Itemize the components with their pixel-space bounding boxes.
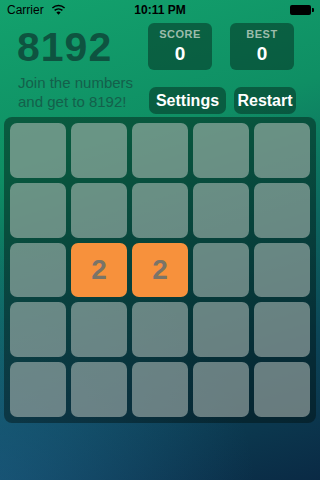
cell-r3-c2 — [132, 302, 188, 357]
cell-r1-c0 — [10, 183, 66, 238]
cell-r0-c4 — [254, 123, 310, 178]
cell-r3-c3 — [193, 302, 249, 357]
page-title: 8192 — [17, 24, 112, 71]
best-box: BEST 0 — [230, 23, 294, 70]
cell-r1-c4 — [254, 183, 310, 238]
status-bar: Carrier 10:11 PM — [0, 0, 320, 20]
subtitle-line-1: Join the numbers — [18, 73, 133, 92]
tile-2-r2-c2: 2 — [132, 243, 188, 298]
game-subtitle: Join the numbers and get to 8192! — [18, 73, 133, 111]
cell-r0-c3 — [193, 123, 249, 178]
cell-r4-c0 — [10, 362, 66, 417]
battery-full-icon — [290, 5, 311, 15]
status-time: 10:11 PM — [0, 3, 320, 17]
score-value: 0 — [175, 43, 186, 65]
settings-button[interactable]: Settings — [149, 87, 226, 114]
cell-r0-c1 — [71, 123, 127, 178]
cell-r4-c4 — [254, 362, 310, 417]
score-label: SCORE — [159, 28, 201, 40]
cell-r1-c3 — [193, 183, 249, 238]
cell-r3-c4 — [254, 302, 310, 357]
cell-r3-c0 — [10, 302, 66, 357]
best-value: 0 — [257, 43, 268, 65]
cell-r0-c2 — [132, 123, 188, 178]
restart-button[interactable]: Restart — [234, 87, 296, 114]
score-box: SCORE 0 — [148, 23, 212, 70]
cell-r2-c4 — [254, 243, 310, 298]
cell-r1-c2 — [132, 183, 188, 238]
best-label: BEST — [246, 28, 277, 40]
cell-r4-c1 — [71, 362, 127, 417]
cell-r2-c0 — [10, 243, 66, 298]
board[interactable]: 22 — [4, 117, 316, 423]
cell-r3-c1 — [71, 302, 127, 357]
cell-r4-c2 — [132, 362, 188, 417]
subtitle-line-2: and get to 8192! — [18, 92, 133, 111]
app-screen: Carrier 10:11 PM 8192 Join the numbers a… — [0, 0, 320, 480]
cell-r2-c3 — [193, 243, 249, 298]
cell-r1-c1 — [71, 183, 127, 238]
cell-r0-c0 — [10, 123, 66, 178]
cell-r4-c3 — [193, 362, 249, 417]
tile-2-r2-c1: 2 — [71, 243, 127, 298]
